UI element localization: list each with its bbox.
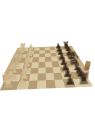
board-grid: ♜♟♟♜♞♟♟♞♝♟♟♝♚♟♟♚♛♟♟♛♝♟♟♝♞♟♟♞♜♟♟♜ — [4, 46, 88, 75]
brass-clasp-icon — [84, 61, 91, 71]
square: ♜ — [73, 78, 93, 87]
black-pawn: ♟ — [64, 75, 76, 88]
square: ♟ — [16, 81, 29, 90]
chess-board: ♜♟♟♜♞♟♟♞♝♟♟♝♚♟♟♚♛♟♟♛♝♟♟♝♞♟♟♞♜♟♟♜ — [4, 46, 88, 75]
white-rook: ♜ — [1, 75, 16, 91]
black-rook: ♜ — [77, 72, 92, 88]
square: ♟ — [63, 79, 76, 88]
square — [37, 80, 46, 89]
white-pawn: ♟ — [16, 77, 28, 90]
product-image: ♜♟♟♜♞♟♟♞♝♟♟♝♚♟♟♚♛♟♟♛♝♟♟♝♞♟♟♞♜♟♟♜ — [0, 0, 95, 126]
